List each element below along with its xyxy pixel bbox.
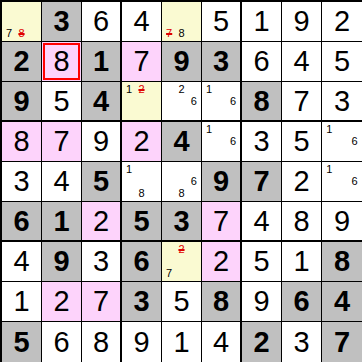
- cell-value: 3: [93, 247, 109, 276]
- cell-r7c6[interactable]: 2: [202, 242, 242, 282]
- cell-value: 5: [253, 247, 269, 276]
- cell-value: 8: [93, 328, 109, 357]
- cell-r1c9[interactable]: 2: [322, 2, 362, 42]
- cell-r4c3[interactable]: 9: [82, 122, 122, 162]
- pencil-grid: 16: [323, 163, 361, 200]
- cell-r4c1[interactable]: 8: [2, 122, 42, 162]
- cell-r5c9[interactable]: 16: [322, 162, 362, 202]
- cell-r1c1[interactable]: 78: [2, 2, 42, 42]
- cell-value: 2: [334, 7, 350, 36]
- cell-value: 1: [93, 47, 109, 76]
- cell-r6c9[interactable]: 9: [322, 202, 362, 242]
- cell-value: 2: [253, 328, 269, 357]
- cell-r2c3[interactable]: 1: [82, 42, 122, 82]
- cell-value: 6: [133, 247, 149, 276]
- cell-r9c1[interactable]: 5: [2, 322, 42, 362]
- pencil-grid: 16: [323, 123, 361, 160]
- cell-value: 5: [173, 287, 189, 316]
- cell-r1c6[interactable]: 5: [202, 2, 242, 42]
- cell-value: 3: [334, 87, 350, 116]
- cell-value: 8: [334, 247, 350, 276]
- pencil-mark-6: 6: [227, 135, 239, 147]
- pencil-grid: 27: [163, 243, 200, 280]
- cell-r9c6[interactable]: 4: [202, 322, 242, 362]
- cell-r4c8[interactable]: 5: [282, 122, 322, 162]
- cell-value: 7: [53, 127, 69, 156]
- cell-r5c3[interactable]: 5: [82, 162, 122, 202]
- cell-r2c6[interactable]: 3: [202, 42, 242, 82]
- cell-value: 1: [253, 7, 269, 36]
- cell-r2c5[interactable]: 9: [162, 42, 202, 82]
- cell-r9c9[interactable]: 7: [322, 322, 362, 362]
- cell-value: 9: [13, 87, 29, 116]
- cell-value: 9: [213, 167, 229, 196]
- cell-value: 7: [334, 328, 350, 357]
- pencil-grid: 78: [163, 3, 200, 40]
- cell-value: 8: [213, 287, 229, 316]
- cell-value: 3: [293, 328, 309, 357]
- cell-r1c2[interactable]: 3: [42, 2, 82, 42]
- cell-r8c6[interactable]: 8: [202, 282, 242, 322]
- cell-value: 3: [53, 7, 69, 36]
- pencil-mark-6: 6: [188, 175, 200, 187]
- cell-r7c3[interactable]: 3: [82, 242, 122, 282]
- pencil-mark-8: 8: [175, 28, 187, 40]
- cell-value: 2: [53, 287, 69, 316]
- cell-value: 4: [93, 87, 109, 116]
- cell-value: 9: [334, 207, 350, 236]
- cell-value: 6: [93, 7, 109, 36]
- pencil-grid: 26: [163, 83, 200, 119]
- pencil-mark-6: 6: [348, 175, 361, 187]
- cell-value: 9: [173, 47, 189, 76]
- cell-r1c7[interactable]: 1: [242, 2, 282, 42]
- pencil-mark-8: 8: [175, 188, 187, 200]
- cell-value: 4: [253, 207, 269, 236]
- cell-value: 7: [253, 167, 269, 196]
- cell-r7c9[interactable]: 8: [322, 242, 362, 282]
- cell-r3c6[interactable]: 16: [202, 82, 242, 122]
- cell-r5c6[interactable]: 9: [202, 162, 242, 202]
- cell-value: 5: [213, 7, 229, 36]
- cell-r9c7[interactable]: 2: [242, 322, 282, 362]
- cell-value: 9: [53, 247, 69, 276]
- cell-r9c3[interactable]: 8: [82, 322, 122, 362]
- pencil-mark-1: 1: [323, 163, 336, 175]
- cell-r3c8[interactable]: 7: [282, 82, 322, 122]
- cell-value: 9: [93, 127, 109, 156]
- cell-value: 4: [13, 247, 29, 276]
- cell-r4c6[interactable]: 16: [202, 122, 242, 162]
- cell-r7c1[interactable]: 4: [2, 242, 42, 282]
- cell-r3c2[interactable]: 5: [42, 82, 82, 122]
- cell-value: 5: [334, 47, 350, 76]
- cell-value: 5: [53, 87, 69, 116]
- pencil-mark-2: 2: [175, 243, 187, 255]
- pencil-mark-6: 6: [188, 95, 200, 107]
- cell-value: 1: [53, 207, 69, 236]
- cell-value: 4: [173, 127, 189, 156]
- pencil-mark-1: 1: [203, 123, 215, 135]
- pencil-mark-1: 1: [123, 83, 135, 95]
- cell-value: 6: [53, 328, 69, 357]
- cell-r3c3[interactable]: 4: [82, 82, 122, 122]
- cell-value: 4: [53, 167, 69, 196]
- cell-r6c6[interactable]: 7: [202, 202, 242, 242]
- cell-r9c4[interactable]: 9: [122, 322, 162, 362]
- cell-r7c8[interactable]: 1: [282, 242, 322, 282]
- pencil-mark-8: 8: [15, 28, 27, 40]
- cell-value: 1: [293, 247, 309, 276]
- cell-value: 9: [253, 287, 269, 316]
- cell-r8c4[interactable]: 3: [122, 282, 162, 322]
- cell-r1c4[interactable]: 4: [122, 2, 162, 42]
- cell-value: 4: [133, 7, 149, 36]
- cell-value: 8: [253, 87, 269, 116]
- cell-r2c7[interactable]: 6: [242, 42, 282, 82]
- cell-r7c2[interactable]: 9: [42, 242, 82, 282]
- cell-r3c1[interactable]: 9: [2, 82, 42, 122]
- cell-r4c2[interactable]: 7: [42, 122, 82, 162]
- cell-value: 6: [293, 287, 309, 316]
- cell-r2c4[interactable]: 7: [122, 42, 162, 82]
- cell-r2c2[interactable]: 8: [42, 42, 82, 82]
- pencil-mark-1: 1: [323, 123, 336, 135]
- cell-value: 8: [13, 127, 29, 156]
- cell-r4c9[interactable]: 16: [322, 122, 362, 162]
- pencil-mark-1: 1: [123, 163, 135, 175]
- cell-r4c7[interactable]: 3: [242, 122, 282, 162]
- cell-r3c9[interactable]: 3: [322, 82, 362, 122]
- cell-value: 8: [53, 47, 69, 76]
- cell-r2c8[interactable]: 4: [282, 42, 322, 82]
- cell-value: 7: [133, 47, 149, 76]
- cell-r3c7[interactable]: 8: [242, 82, 282, 122]
- cell-value: 4: [334, 287, 350, 316]
- cell-r1c3[interactable]: 6: [82, 2, 122, 42]
- cell-r6c2[interactable]: 1: [42, 202, 82, 242]
- cell-r4c5[interactable]: 4: [162, 122, 202, 162]
- cell-value: 7: [293, 87, 309, 116]
- pencil-grid: 78: [3, 3, 40, 40]
- cell-r5c1[interactable]: 3: [2, 162, 42, 202]
- cell-r5c4[interactable]: 18: [122, 162, 162, 202]
- pencil-mark-2: 2: [135, 83, 147, 95]
- cell-r7c7[interactable]: 5: [242, 242, 282, 282]
- cell-r5c2[interactable]: 4: [42, 162, 82, 202]
- cell-r8c8[interactable]: 6: [282, 282, 322, 322]
- cell-value: 8: [293, 207, 309, 236]
- cell-r7c5[interactable]: 27: [162, 242, 202, 282]
- pencil-grid: 18: [123, 163, 160, 200]
- cell-r5c5[interactable]: 68: [162, 162, 202, 202]
- cell-value: 5: [293, 127, 309, 156]
- pencil-mark-7: 7: [163, 28, 175, 40]
- cell-value: 2: [213, 247, 229, 276]
- cell-r9c2[interactable]: 6: [42, 322, 82, 362]
- pencil-grid: 16: [203, 123, 239, 160]
- cell-r2c1[interactable]: 2: [2, 42, 42, 82]
- cell-value: 7: [213, 207, 229, 236]
- cell-r6c4[interactable]: 5: [122, 202, 162, 242]
- cell-r6c5[interactable]: 3: [162, 202, 202, 242]
- cell-value: 3: [133, 287, 149, 316]
- cell-r8c3[interactable]: 7: [82, 282, 122, 322]
- cell-value: 7: [93, 287, 109, 316]
- pencil-mark-7: 7: [163, 268, 175, 280]
- cell-value: 4: [293, 47, 309, 76]
- cell-r4c4[interactable]: 2: [122, 122, 162, 162]
- cell-r3c5[interactable]: 26: [162, 82, 202, 122]
- cell-r8c2[interactable]: 2: [42, 282, 82, 322]
- cell-r2c9[interactable]: 5: [322, 42, 362, 82]
- pencil-grid: 68: [163, 163, 200, 200]
- cell-value: 6: [13, 207, 29, 236]
- cell-value: 3: [253, 127, 269, 156]
- cell-value: 9: [293, 7, 309, 36]
- cell-value: 4: [213, 328, 229, 357]
- cell-r9c5[interactable]: 1: [162, 322, 202, 362]
- cell-r6c7[interactable]: 4: [242, 202, 282, 242]
- cell-r8c5[interactable]: 5: [162, 282, 202, 322]
- cell-value: 3: [213, 47, 229, 76]
- cell-value: 2: [293, 167, 309, 196]
- cell-r6c3[interactable]: 2: [82, 202, 122, 242]
- cell-r9c8[interactable]: 3: [282, 322, 322, 362]
- pencil-mark-7: 7: [3, 28, 15, 40]
- pencil-mark-6: 6: [348, 135, 361, 147]
- pencil-mark-8: 8: [135, 188, 147, 200]
- cell-r7c4[interactable]: 6: [122, 242, 162, 282]
- cell-value: 2: [93, 207, 109, 236]
- cell-r5c8[interactable]: 2: [282, 162, 322, 202]
- pencil-grid: 12: [123, 83, 160, 119]
- pencil-grid: 16: [203, 83, 239, 119]
- cell-value: 2: [13, 47, 29, 76]
- cell-value: 5: [93, 167, 109, 196]
- cell-r3c4[interactable]: 12: [122, 82, 162, 122]
- cell-value: 5: [13, 328, 29, 357]
- cell-r6c1[interactable]: 6: [2, 202, 42, 242]
- cell-r1c5[interactable]: 78: [162, 2, 202, 42]
- cell-r8c1[interactable]: 1: [2, 282, 42, 322]
- cell-value: 1: [173, 328, 189, 357]
- cell-r5c7[interactable]: 7: [242, 162, 282, 202]
- pencil-mark-1: 1: [203, 83, 215, 95]
- cell-value: 3: [13, 167, 29, 196]
- cell-r8c7[interactable]: 9: [242, 282, 282, 322]
- sudoku-board: 7836478519228179364595412261687387924163…: [0, 0, 362, 362]
- cell-r6c8[interactable]: 8: [282, 202, 322, 242]
- cell-value: 1: [13, 287, 29, 316]
- cell-value: 6: [253, 47, 269, 76]
- pencil-mark-2: 2: [175, 83, 187, 95]
- cell-value: 2: [133, 127, 149, 156]
- cell-value: 3: [173, 207, 189, 236]
- cell-r1c8[interactable]: 9: [282, 2, 322, 42]
- cell-r8c9[interactable]: 4: [322, 282, 362, 322]
- cell-value: 9: [133, 328, 149, 357]
- cell-value: 5: [133, 207, 149, 236]
- pencil-mark-6: 6: [227, 95, 239, 107]
